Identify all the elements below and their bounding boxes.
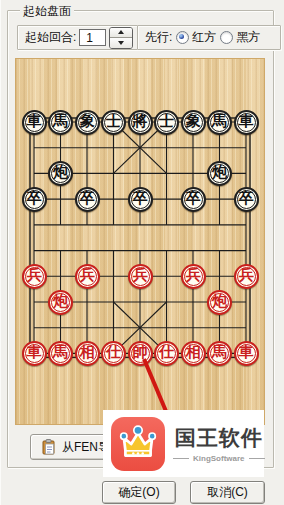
piece-black-馬: 馬 [48, 110, 73, 135]
piece-black-卒: 卒 [181, 187, 206, 212]
ok-button[interactable]: 确定(O) [102, 481, 176, 504]
piece-red-相: 相 [181, 341, 206, 366]
watermark: 国王软件 KingSoftware [103, 410, 264, 477]
watermark-text: 国王软件 KingSoftware [173, 424, 265, 463]
start-round-spinner[interactable] [109, 27, 133, 49]
piece-red-兵: 兵 [181, 264, 206, 289]
spinner-down-button[interactable] [110, 38, 132, 48]
clipboard-paste-icon [41, 439, 56, 455]
piece-red-仕: 仕 [154, 341, 179, 366]
piece-black-車: 車 [22, 110, 47, 135]
piece-black-將: 將 [128, 110, 153, 135]
watermark-dash [173, 458, 189, 459]
radio-black-icon[interactable] [220, 31, 233, 44]
piece-red-炮: 炮 [48, 290, 73, 315]
piece-black-卒: 卒 [234, 187, 259, 212]
piece-black-炮: 炮 [207, 161, 232, 186]
first-move-panel: 先行: 红方 黑方 [137, 25, 281, 50]
piece-red-炮: 炮 [207, 290, 232, 315]
piece-black-士: 士 [154, 110, 179, 135]
arrow-down-icon [118, 41, 124, 45]
piece-red-馬: 馬 [207, 341, 232, 366]
start-round-input[interactable]: 1 [79, 29, 106, 46]
piece-red-帥: 帥 [128, 341, 153, 366]
piece-red-兵: 兵 [234, 264, 259, 289]
watermark-title: 国王软件 [175, 424, 263, 452]
piece-red-兵: 兵 [75, 264, 100, 289]
piece-black-馬: 馬 [207, 110, 232, 135]
arrow-up-icon [118, 30, 124, 34]
piece-red-馬: 馬 [48, 341, 73, 366]
first-move-red-option[interactable]: 红方 [176, 29, 216, 46]
spinner-up-button[interactable] [110, 28, 132, 39]
piece-black-象: 象 [75, 110, 100, 135]
piece-black-炮: 炮 [48, 161, 73, 186]
piece-black-士: 士 [101, 110, 126, 135]
start-round-value: 1 [86, 31, 93, 45]
piece-black-車: 車 [234, 110, 259, 135]
ok-button-label: 确定(O) [118, 484, 159, 501]
piece-black-卒: 卒 [22, 187, 47, 212]
piece-red-兵: 兵 [22, 264, 47, 289]
crown-icon [111, 417, 165, 471]
start-position-dialog: 起始盘面 起始回合: 1 先行: 红方 黑方 車馬象士將士象馬車炮炮卒卒卒卒 [0, 0, 284, 505]
piece-black-卒: 卒 [75, 187, 100, 212]
piece-red-車: 車 [234, 341, 259, 366]
piece-red-仕: 仕 [101, 341, 126, 366]
piece-red-車: 車 [22, 341, 47, 366]
piece-black-象: 象 [181, 110, 206, 135]
first-move-label: 先行: [145, 29, 172, 46]
piece-red-兵: 兵 [128, 264, 153, 289]
groupbox-title: 起始盘面 [20, 3, 74, 20]
start-round-panel: 起始回合: 1 [17, 25, 138, 50]
radio-red-label: 红方 [192, 29, 216, 46]
radio-red-selected-icon[interactable] [176, 31, 189, 44]
cancel-button-label: 取消(C) [207, 484, 248, 501]
watermark-subtitle-row: KingSoftware [173, 454, 265, 463]
start-round-label: 起始回合: [25, 29, 76, 46]
watermark-dash [249, 458, 265, 459]
radio-black-label: 黑方 [236, 29, 260, 46]
piece-black-卒: 卒 [128, 187, 153, 212]
xiangqi-board: 車馬象士將士象馬車炮炮卒卒卒卒卒兵兵兵兵兵炮炮車馬相仕帥仕相馬車 [15, 58, 265, 425]
first-move-black-option[interactable]: 黑方 [220, 29, 260, 46]
watermark-subtitle: KingSoftware [193, 454, 245, 463]
piece-red-相: 相 [75, 341, 100, 366]
cancel-button[interactable]: 取消(C) [190, 481, 265, 504]
